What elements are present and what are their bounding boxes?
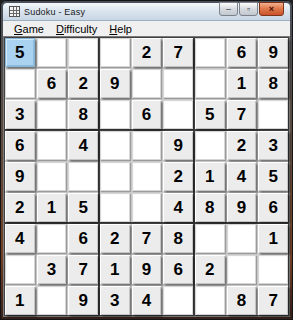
cell-r3c5[interactable]: 6 bbox=[132, 100, 162, 129]
cell-r2c8[interactable]: 1 bbox=[227, 69, 257, 98]
cell-r1c7[interactable] bbox=[195, 38, 225, 67]
cell-r4c2[interactable] bbox=[37, 131, 67, 160]
cell-r5c7[interactable]: 1 bbox=[195, 162, 225, 191]
cell-r1c8[interactable]: 6 bbox=[227, 38, 257, 67]
cell-r9c5[interactable]: 4 bbox=[132, 286, 162, 315]
cell-r4c9[interactable]: 3 bbox=[258, 131, 288, 160]
cell-r5c3[interactable] bbox=[68, 162, 98, 191]
cell-r6c5[interactable] bbox=[132, 193, 162, 222]
cell-r7c2[interactable] bbox=[37, 224, 67, 253]
cell-r3c4[interactable] bbox=[100, 100, 130, 129]
cell-r1c3[interactable] bbox=[68, 38, 98, 67]
cell-r2c4[interactable]: 9 bbox=[100, 69, 130, 98]
cell-r9c8[interactable]: 8 bbox=[227, 286, 257, 315]
cell-r1c9[interactable]: 9 bbox=[258, 38, 288, 67]
cell-r6c7[interactable]: 8 bbox=[195, 193, 225, 222]
cell-r1c4[interactable] bbox=[100, 38, 130, 67]
cell-r6c3[interactable]: 5 bbox=[68, 193, 98, 222]
cell-r5c5[interactable] bbox=[132, 162, 162, 191]
cell-r8c3[interactable]: 7 bbox=[68, 255, 98, 284]
cell-r1c2[interactable] bbox=[37, 38, 67, 67]
cell-r2c5[interactable] bbox=[132, 69, 162, 98]
cell-r8c7[interactable]: 2 bbox=[195, 255, 225, 284]
cell-r4c1[interactable]: 6 bbox=[5, 131, 35, 160]
cell-r4c6[interactable]: 9 bbox=[163, 131, 193, 160]
cell-r7c6[interactable]: 8 bbox=[163, 224, 193, 253]
cell-r3c7[interactable]: 5 bbox=[195, 100, 225, 129]
box-3-1: 463719 bbox=[5, 224, 98, 315]
cell-r4c5[interactable] bbox=[132, 131, 162, 160]
cell-r6c2[interactable]: 1 bbox=[37, 193, 67, 222]
cell-r9c4[interactable]: 3 bbox=[100, 286, 130, 315]
box-1-2: 2796 bbox=[100, 38, 193, 129]
cell-r2c7[interactable] bbox=[195, 69, 225, 98]
window-controls: – ▫ × bbox=[218, 2, 284, 16]
cell-r5c1[interactable]: 9 bbox=[5, 162, 35, 191]
cell-r6c6[interactable]: 4 bbox=[163, 193, 193, 222]
cell-r2c9[interactable]: 8 bbox=[258, 69, 288, 98]
cell-r2c1[interactable] bbox=[5, 69, 35, 98]
minimize-button[interactable]: – bbox=[219, 2, 238, 16]
menu-game[interactable]: Game bbox=[8, 23, 50, 35]
sudoku-board: 5623827966918576492159242314589646371927… bbox=[3, 36, 290, 317]
cell-r1c1[interactable]: 5 bbox=[5, 38, 35, 67]
cell-r9c6[interactable] bbox=[163, 286, 193, 315]
cell-r3c9[interactable] bbox=[258, 100, 288, 129]
cell-r7c9[interactable]: 1 bbox=[258, 224, 288, 253]
cell-r5c8[interactable]: 4 bbox=[227, 162, 257, 191]
cell-r4c7[interactable] bbox=[195, 131, 225, 160]
cell-r6c4[interactable] bbox=[100, 193, 130, 222]
box-1-1: 56238 bbox=[5, 38, 98, 129]
cell-r3c2[interactable] bbox=[37, 100, 67, 129]
cell-r4c3[interactable]: 4 bbox=[68, 131, 98, 160]
box-2-2: 924 bbox=[100, 131, 193, 222]
cell-r7c1[interactable]: 4 bbox=[5, 224, 35, 253]
cell-r3c1[interactable]: 3 bbox=[5, 100, 35, 129]
cell-r7c5[interactable]: 7 bbox=[132, 224, 162, 253]
cell-r8c6[interactable]: 6 bbox=[163, 255, 193, 284]
cell-r5c9[interactable]: 5 bbox=[258, 162, 288, 191]
cell-r6c8[interactable]: 9 bbox=[227, 193, 257, 222]
close-button[interactable]: × bbox=[259, 2, 284, 16]
cell-r9c7[interactable] bbox=[195, 286, 225, 315]
menu-difficulty[interactable]: Difficulty bbox=[50, 23, 103, 35]
cell-r6c1[interactable]: 2 bbox=[5, 193, 35, 222]
cell-r5c4[interactable] bbox=[100, 162, 130, 191]
window-title: Sudoku - Easy bbox=[24, 7, 85, 17]
cell-r5c2[interactable] bbox=[37, 162, 67, 191]
box-2-1: 649215 bbox=[5, 131, 98, 222]
cell-r2c3[interactable]: 2 bbox=[68, 69, 98, 98]
cell-r5c6[interactable]: 2 bbox=[163, 162, 193, 191]
cell-r9c9[interactable]: 7 bbox=[258, 286, 288, 315]
cell-r2c6[interactable] bbox=[163, 69, 193, 98]
cell-r9c2[interactable] bbox=[37, 286, 67, 315]
cell-r1c6[interactable]: 7 bbox=[163, 38, 193, 67]
box-3-3: 1287 bbox=[195, 224, 288, 315]
cell-r8c2[interactable]: 3 bbox=[37, 255, 67, 284]
menu-bar: Game Difficulty Help bbox=[3, 21, 290, 36]
maximize-button[interactable]: ▫ bbox=[239, 2, 258, 16]
sudoku-window: Sudoku - Easy – ▫ × Game Difficulty Help… bbox=[0, 0, 293, 320]
box-2-3: 23145896 bbox=[195, 131, 288, 222]
cell-r4c8[interactable]: 2 bbox=[227, 131, 257, 160]
cell-r3c8[interactable]: 7 bbox=[227, 100, 257, 129]
cell-r7c8[interactable] bbox=[227, 224, 257, 253]
cell-r8c5[interactable]: 9 bbox=[132, 255, 162, 284]
cell-r8c8[interactable] bbox=[227, 255, 257, 284]
cell-r6c9[interactable]: 6 bbox=[258, 193, 288, 222]
box-1-3: 691857 bbox=[195, 38, 288, 129]
cell-r8c9[interactable] bbox=[258, 255, 288, 284]
cell-r8c4[interactable]: 1 bbox=[100, 255, 130, 284]
cell-r7c7[interactable] bbox=[195, 224, 225, 253]
cell-r3c3[interactable]: 8 bbox=[68, 100, 98, 129]
cell-r7c3[interactable]: 6 bbox=[68, 224, 98, 253]
cell-r9c3[interactable]: 9 bbox=[68, 286, 98, 315]
cell-r1c5[interactable]: 2 bbox=[132, 38, 162, 67]
box-3-2: 27819634 bbox=[100, 224, 193, 315]
cell-r2c2[interactable]: 6 bbox=[37, 69, 67, 98]
cell-r8c1[interactable] bbox=[5, 255, 35, 284]
sudoku-grid-icon bbox=[9, 6, 20, 17]
cell-r4c4[interactable] bbox=[100, 131, 130, 160]
cell-r9c1[interactable]: 1 bbox=[5, 286, 35, 315]
cell-r7c4[interactable]: 2 bbox=[100, 224, 130, 253]
menu-help[interactable]: Help bbox=[103, 23, 138, 35]
cell-r3c6[interactable] bbox=[163, 100, 193, 129]
